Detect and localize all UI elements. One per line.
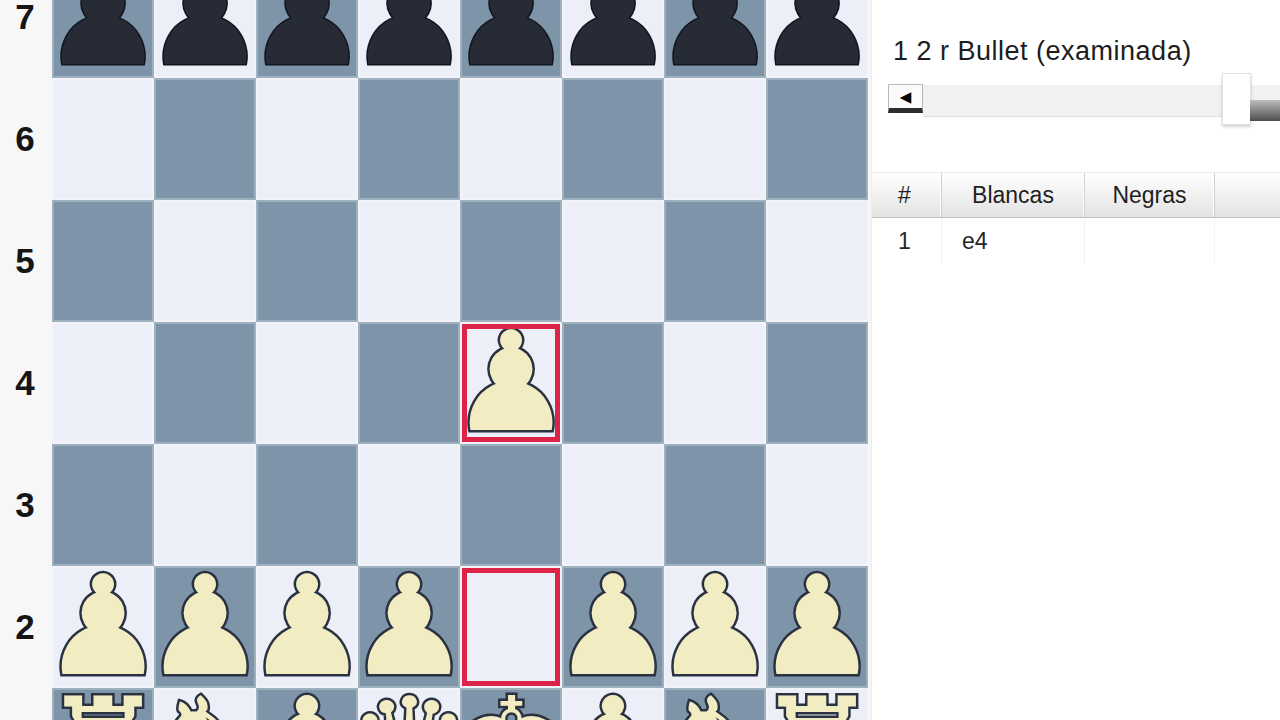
square-b1[interactable]: ♞ bbox=[154, 688, 256, 720]
square-f7[interactable]: ♟ bbox=[562, 0, 664, 78]
rank-label-1: 1 bbox=[0, 688, 50, 720]
square-c5[interactable] bbox=[256, 200, 358, 322]
move-cell-filler bbox=[1215, 218, 1280, 264]
square-f1[interactable]: ♝ bbox=[562, 688, 664, 720]
move-cell-num[interactable]: 1 bbox=[872, 218, 942, 264]
column-header-black[interactable]: Negras bbox=[1085, 173, 1215, 217]
game-title: 1 2 r Bullet (examinada) bbox=[893, 36, 1192, 67]
scrollbar-thumb[interactable] bbox=[1222, 73, 1251, 125]
square-d5[interactable] bbox=[358, 200, 460, 322]
scrollbar-track[interactable] bbox=[923, 85, 1280, 117]
square-a5[interactable] bbox=[52, 200, 154, 322]
square-h6[interactable] bbox=[766, 78, 868, 200]
column-header-white[interactable]: Blancas bbox=[942, 173, 1085, 217]
square-g1[interactable]: ♞ bbox=[664, 688, 766, 720]
column-header-filler bbox=[1215, 173, 1280, 217]
move-table: #BlancasNegras 1e4 bbox=[872, 172, 1280, 264]
chess-board-area: ♜♞♝♛♚♝♞♜♟♟♟♟♟♟♟♟♟♟♟♟♟♟♟♟♜♞♝♛♚♝♞♜ 8765432… bbox=[0, 0, 871, 720]
rank-label-3: 3 bbox=[0, 444, 50, 566]
square-b5[interactable] bbox=[154, 200, 256, 322]
square-e6[interactable] bbox=[460, 78, 562, 200]
black-pawn: ♟ bbox=[755, 0, 871, 78]
square-a7[interactable]: ♟ bbox=[52, 0, 154, 78]
square-c6[interactable] bbox=[256, 78, 358, 200]
square-f5[interactable] bbox=[562, 200, 664, 322]
side-panel: 1 2 r Bullet (examinada) ◀ #BlancasNegra… bbox=[871, 0, 1280, 720]
move-cell-white[interactable]: e4 bbox=[942, 218, 1085, 264]
square-b7[interactable]: ♟ bbox=[154, 0, 256, 78]
square-h7[interactable]: ♟ bbox=[766, 0, 868, 78]
square-b4[interactable] bbox=[154, 322, 256, 444]
rank-label-6: 6 bbox=[0, 78, 50, 200]
square-d1[interactable]: ♛ bbox=[358, 688, 460, 720]
square-e1[interactable]: ♚ bbox=[460, 688, 562, 720]
white-pawn: ♟ bbox=[449, 322, 573, 444]
square-f6[interactable] bbox=[562, 78, 664, 200]
square-g7[interactable]: ♟ bbox=[664, 0, 766, 78]
square-h5[interactable] bbox=[766, 200, 868, 322]
square-b6[interactable] bbox=[154, 78, 256, 200]
rank-label-7: 7 bbox=[0, 0, 50, 78]
square-c1[interactable]: ♝ bbox=[256, 688, 358, 720]
square-f4[interactable] bbox=[562, 322, 664, 444]
app-window: ♜♞♝♛♚♝♞♜♟♟♟♟♟♟♟♟♟♟♟♟♟♟♟♟♜♞♝♛♚♝♞♜ 8765432… bbox=[0, 0, 1280, 720]
square-h4[interactable] bbox=[766, 322, 868, 444]
square-g4[interactable] bbox=[664, 322, 766, 444]
scroll-left-button[interactable]: ◀ bbox=[888, 84, 923, 113]
scrollbar-shadow bbox=[1250, 100, 1280, 121]
column-header-num[interactable]: # bbox=[872, 173, 942, 217]
square-e4[interactable]: ♟ bbox=[460, 322, 562, 444]
square-e7[interactable]: ♟ bbox=[460, 0, 562, 78]
square-d6[interactable] bbox=[358, 78, 460, 200]
square-a6[interactable] bbox=[52, 78, 154, 200]
move-cell-black bbox=[1085, 218, 1215, 264]
move-table-header: #BlancasNegras bbox=[872, 172, 1280, 218]
left-arrow-icon: ◀ bbox=[900, 89, 912, 104]
rank-label-4: 4 bbox=[0, 322, 50, 444]
square-a1[interactable]: ♜ bbox=[52, 688, 154, 720]
square-c4[interactable] bbox=[256, 322, 358, 444]
square-g6[interactable] bbox=[664, 78, 766, 200]
move-scrollbar: ◀ bbox=[888, 84, 1280, 122]
move-table-rows: 1e4 bbox=[872, 218, 1280, 264]
square-c7[interactable]: ♟ bbox=[256, 0, 358, 78]
square-d4[interactable] bbox=[358, 322, 460, 444]
square-d7[interactable]: ♟ bbox=[358, 0, 460, 78]
square-a4[interactable] bbox=[52, 322, 154, 444]
square-g5[interactable] bbox=[664, 200, 766, 322]
square-e3[interactable] bbox=[460, 444, 562, 566]
move-row: 1e4 bbox=[872, 218, 1280, 264]
square-h1[interactable]: ♜ bbox=[766, 688, 868, 720]
chess-board: ♜♞♝♛♚♝♞♜♟♟♟♟♟♟♟♟♟♟♟♟♟♟♟♟♜♞♝♛♚♝♞♜ bbox=[52, 0, 868, 720]
white-rook: ♜ bbox=[755, 688, 871, 720]
rank-label-5: 5 bbox=[0, 200, 50, 322]
rank-label-2: 2 bbox=[0, 566, 50, 688]
